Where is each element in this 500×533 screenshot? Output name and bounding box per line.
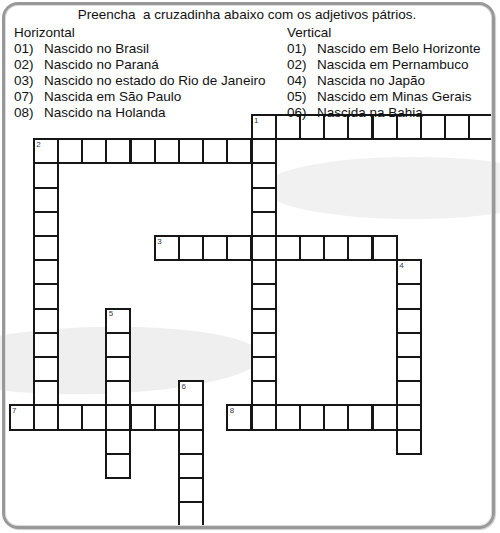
grid-cell[interactable]: [33, 332, 59, 358]
grid-cell[interactable]: [251, 308, 277, 334]
grid-cell[interactable]: [251, 380, 277, 406]
horizontal-clues-header: Horizontal: [14, 24, 265, 41]
grid-cell[interactable]: [347, 235, 373, 261]
grid-cell[interactable]: [57, 138, 83, 164]
grid-cell[interactable]: [33, 211, 59, 237]
grid-cell[interactable]: [251, 283, 277, 309]
cell-number: 4: [399, 262, 403, 270]
grid-cell[interactable]: [178, 501, 204, 527]
clue-text: Nascido na Holanda: [44, 105, 166, 121]
horizontal-clue-list: 01)Nascido no Brasil02)Nascido no Paraná…: [14, 41, 265, 121]
clue-number: 05): [287, 89, 317, 105]
grid-cell[interactable]: [275, 235, 301, 261]
grid-cell[interactable]: [33, 380, 59, 406]
grid-cell[interactable]: [372, 404, 398, 430]
grid-cell[interactable]: [105, 429, 131, 455]
clue-number: 02): [287, 57, 317, 73]
grid-cell[interactable]: [178, 429, 204, 455]
grid-cell[interactable]: [202, 138, 228, 164]
clue-number: 08): [14, 105, 44, 121]
clue-number: 02): [14, 57, 44, 73]
grid-cell[interactable]: [81, 138, 107, 164]
vertical-clue-list: 01)Nascido em Belo Horizonte02)Nascida e…: [287, 41, 481, 121]
clue-item: 04)Nascida no Japão: [287, 73, 481, 89]
grid-cell[interactable]: [57, 404, 83, 430]
cell-number: 5: [109, 310, 113, 318]
clue-item: 07)Nascida em São Paulo: [14, 89, 265, 105]
grid-cell[interactable]: [251, 235, 277, 261]
clue-text: Nascida na Bahia: [317, 105, 423, 121]
grid-cell[interactable]: [396, 308, 422, 334]
grid-cell[interactable]: [251, 211, 277, 237]
grid-cell[interactable]: [33, 283, 59, 309]
horizontal-clues-section: Horizontal 01)Nascido no Brasil02)Nascid…: [14, 24, 265, 121]
grid-cell[interactable]: [154, 138, 180, 164]
grid-cell[interactable]: [396, 332, 422, 358]
clue-item: 01)Nascido no Brasil: [14, 41, 265, 57]
grid-cell[interactable]: [275, 404, 301, 430]
grid-cell[interactable]: [33, 235, 59, 261]
clue-item: 03)Nascido no estado do Rio de Janeiro: [14, 73, 265, 89]
grid-cell[interactable]: [396, 404, 422, 430]
grid-cell[interactable]: [396, 380, 422, 406]
grid-cell[interactable]: [154, 404, 180, 430]
clue-number: 01): [287, 41, 317, 57]
clue-item: 02)Nascida em Pernambuco: [287, 57, 481, 73]
grid-cell[interactable]: [105, 138, 131, 164]
clue-text: Nascida em Pernambuco: [317, 57, 469, 73]
grid-cell[interactable]: [105, 356, 131, 382]
grid-cell[interactable]: [323, 404, 349, 430]
vertical-clues-header: Vertical: [287, 24, 481, 41]
grid-cell[interactable]: [105, 332, 131, 358]
grid-cell[interactable]: [202, 235, 228, 261]
grid-cell[interactable]: [33, 162, 59, 188]
cell-number: 6: [181, 383, 185, 391]
grid-cell[interactable]: [251, 259, 277, 285]
clue-number: 04): [287, 73, 317, 89]
grid-cell[interactable]: [178, 453, 204, 479]
grid-cell[interactable]: [251, 187, 277, 213]
grid-cell[interactable]: [251, 356, 277, 382]
grid-cell[interactable]: [33, 356, 59, 382]
grid-cell[interactable]: [81, 404, 107, 430]
clue-number: 01): [14, 41, 44, 57]
page-title: Preencha a cruzadinha abaixo com os adje…: [0, 7, 494, 22]
grid-cell[interactable]: [33, 187, 59, 213]
clue-text: Nascido no Brasil: [44, 41, 149, 57]
grid-cell[interactable]: [226, 235, 252, 261]
grid-cell[interactable]: [33, 259, 59, 285]
grid-cell[interactable]: [33, 404, 59, 430]
clue-text: Nascido em Belo Horizonte: [317, 41, 481, 57]
clue-number: 06): [287, 105, 317, 121]
clue-item: 02)Nascido no Paraná: [14, 57, 265, 73]
clue-number: 07): [14, 89, 44, 105]
grid-cell[interactable]: [226, 138, 252, 164]
grid-cell[interactable]: [299, 404, 325, 430]
worksheet-page: Preencha a cruzadinha abaixo com os adje…: [0, 0, 500, 533]
clue-item: 08)Nascido na Holanda: [14, 105, 265, 121]
vertical-clues-section: Vertical 01)Nascido em Belo Horizonte02)…: [287, 24, 481, 121]
clue-number: 03): [14, 73, 44, 89]
grid-cell[interactable]: [105, 380, 131, 406]
grid-cell[interactable]: [372, 235, 398, 261]
clue-item: 05)Nascido em Minas Gerais: [287, 89, 481, 105]
grid-cell[interactable]: [178, 404, 204, 430]
grid-cell[interactable]: [178, 477, 204, 503]
grid-cell[interactable]: [33, 308, 59, 334]
grid-cell[interactable]: [347, 404, 373, 430]
grid-cell[interactable]: [251, 138, 277, 164]
clue-text: Nascida em São Paulo: [44, 89, 181, 105]
cell-number: 3: [157, 238, 161, 246]
grid-cell[interactable]: [178, 138, 204, 164]
grid-cell[interactable]: [130, 138, 156, 164]
grid-cell[interactable]: [396, 429, 422, 455]
cell-number: 7: [12, 407, 16, 415]
cell-number: 2: [36, 141, 40, 149]
cell-number: 8: [230, 407, 234, 415]
grid-cell[interactable]: [396, 356, 422, 382]
grid-cell[interactable]: [251, 332, 277, 358]
grid-cell[interactable]: [251, 162, 277, 188]
grid-cell[interactable]: [105, 453, 131, 479]
grid-cell[interactable]: [178, 235, 204, 261]
clue-item: 06)Nascida na Bahia: [287, 105, 481, 121]
grid-cell[interactable]: [396, 283, 422, 309]
grid-cell[interactable]: [299, 235, 325, 261]
clue-item: 01)Nascido em Belo Horizonte: [287, 41, 481, 57]
grid-cell[interactable]: [323, 235, 349, 261]
clue-text: Nascido em Minas Gerais: [317, 89, 472, 105]
clue-text: Nascido no estado do Rio de Janeiro: [44, 73, 265, 89]
clue-text: Nascido no Paraná: [44, 57, 159, 73]
clue-text: Nascida no Japão: [317, 73, 425, 89]
grid-cell[interactable]: [130, 404, 156, 430]
grid-cell[interactable]: [105, 404, 131, 430]
grid-cell[interactable]: [251, 404, 277, 430]
